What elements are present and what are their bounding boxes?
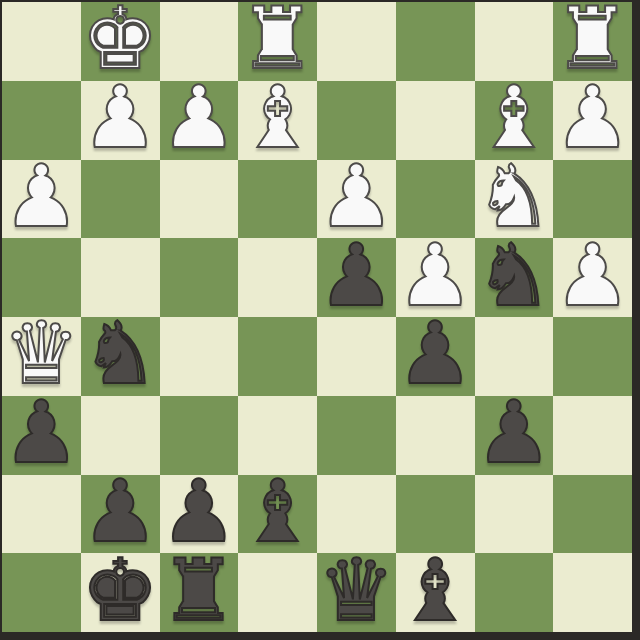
square-d5[interactable] (317, 317, 396, 396)
white-bishop-piece[interactable]: ♝ (475, 78, 552, 156)
square-d8[interactable]: ♛ (317, 553, 396, 632)
black-pawn-piece[interactable]: ♟ (318, 236, 395, 314)
white-rook-piece[interactable]: ♜ (239, 0, 316, 77)
square-c1[interactable] (396, 2, 475, 81)
black-rook-piece[interactable]: ♜ (160, 551, 237, 629)
black-pawn-piece[interactable]: ♟ (160, 472, 237, 550)
white-king-piece[interactable]: ♚ (82, 0, 159, 77)
square-c6[interactable] (396, 396, 475, 475)
square-h1[interactable] (2, 2, 81, 81)
white-rook-piece[interactable]: ♜ (554, 0, 631, 77)
square-e3[interactable] (238, 160, 317, 239)
white-pawn-piece[interactable]: ♟ (554, 236, 631, 314)
white-pawn-piece[interactable]: ♟ (160, 78, 237, 156)
square-a6[interactable] (553, 396, 632, 475)
black-pawn-piece[interactable]: ♟ (397, 314, 474, 392)
square-h3[interactable]: ♟ (2, 160, 81, 239)
white-pawn-piece[interactable]: ♟ (554, 78, 631, 156)
square-h6[interactable]: ♟ (2, 396, 81, 475)
square-g5[interactable]: ♞ (81, 317, 160, 396)
square-a8[interactable] (553, 553, 632, 632)
square-h7[interactable] (2, 475, 81, 554)
square-e2[interactable]: ♝ (238, 81, 317, 160)
white-pawn-piece[interactable]: ♟ (3, 157, 80, 235)
square-a7[interactable] (553, 475, 632, 554)
black-pawn-piece[interactable]: ♟ (82, 472, 159, 550)
square-h8[interactable] (2, 553, 81, 632)
chess-board: ♚♜♜♟♟♝♝♟♟♟♞♟♟♞♟♛♞♟♟♟♟♟♝♚♜♛♝ (2, 2, 632, 632)
square-e5[interactable] (238, 317, 317, 396)
black-queen-piece[interactable]: ♛ (318, 551, 395, 629)
square-g8[interactable]: ♚ (81, 553, 160, 632)
black-knight-piece[interactable]: ♞ (475, 236, 552, 314)
black-knight-piece[interactable]: ♞ (82, 314, 159, 392)
black-bishop-piece[interactable]: ♝ (397, 551, 474, 629)
square-f5[interactable] (160, 317, 239, 396)
square-c2[interactable] (396, 81, 475, 160)
square-b8[interactable] (475, 553, 554, 632)
square-a2[interactable]: ♟ (553, 81, 632, 160)
black-pawn-piece[interactable]: ♟ (475, 393, 552, 471)
square-f2[interactable]: ♟ (160, 81, 239, 160)
square-e7[interactable]: ♝ (238, 475, 317, 554)
square-a5[interactable] (553, 317, 632, 396)
black-king-piece[interactable]: ♚ (82, 551, 159, 629)
square-d1[interactable] (317, 2, 396, 81)
black-bishop-piece[interactable]: ♝ (239, 472, 316, 550)
square-b6[interactable]: ♟ (475, 396, 554, 475)
square-e4[interactable] (238, 238, 317, 317)
square-c5[interactable]: ♟ (396, 317, 475, 396)
white-knight-piece[interactable]: ♞ (475, 157, 552, 235)
white-pawn-piece[interactable]: ♟ (318, 157, 395, 235)
white-pawn-piece[interactable]: ♟ (397, 236, 474, 314)
white-queen-piece[interactable]: ♛ (3, 314, 80, 392)
square-b4[interactable]: ♞ (475, 238, 554, 317)
square-g2[interactable]: ♟ (81, 81, 160, 160)
square-d6[interactable] (317, 396, 396, 475)
black-pawn-piece[interactable]: ♟ (3, 393, 80, 471)
square-f8[interactable]: ♜ (160, 553, 239, 632)
square-e8[interactable] (238, 553, 317, 632)
square-f3[interactable] (160, 160, 239, 239)
square-a4[interactable]: ♟ (553, 238, 632, 317)
square-f4[interactable] (160, 238, 239, 317)
square-c8[interactable]: ♝ (396, 553, 475, 632)
square-b7[interactable] (475, 475, 554, 554)
square-g3[interactable] (81, 160, 160, 239)
white-pawn-piece[interactable]: ♟ (82, 78, 159, 156)
square-d4[interactable]: ♟ (317, 238, 396, 317)
board-frame: ♚♜♜♟♟♝♝♟♟♟♞♟♟♞♟♛♞♟♟♟♟♟♝♚♜♛♝ (0, 0, 640, 640)
white-bishop-piece[interactable]: ♝ (239, 78, 316, 156)
